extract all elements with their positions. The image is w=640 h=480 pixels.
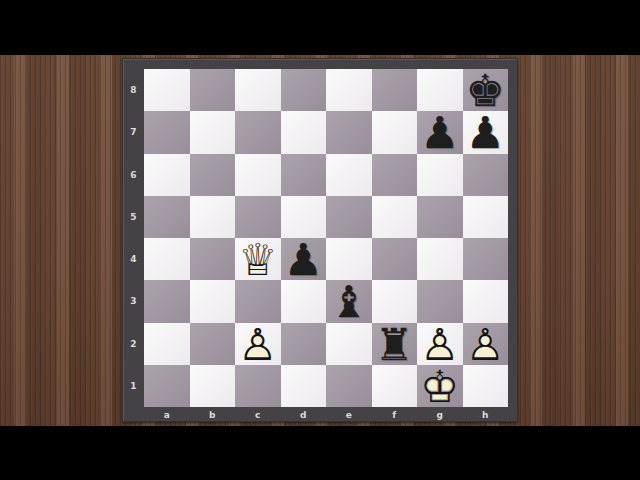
square-a6[interactable] [144, 154, 190, 196]
square-c3[interactable] [235, 280, 281, 322]
square-a7[interactable] [144, 111, 190, 153]
square-d2[interactable] [281, 323, 327, 365]
square-b5[interactable] [190, 196, 236, 238]
file-label-e: e [326, 407, 372, 422]
piece-glyph: ♟ [463, 112, 509, 154]
black-king-piece[interactable]: ♚ [463, 69, 509, 111]
square-b2[interactable] [190, 323, 236, 365]
square-c5[interactable] [235, 196, 281, 238]
square-h7[interactable]: ♟ [463, 111, 509, 153]
square-c2[interactable]: ♟♙ [235, 323, 281, 365]
square-a2[interactable] [144, 323, 190, 365]
square-b4[interactable] [190, 238, 236, 280]
square-c6[interactable] [235, 154, 281, 196]
piece-glyph: ♟ [281, 239, 327, 281]
rank-labels: 87654321 [123, 69, 144, 407]
square-b8[interactable] [190, 69, 236, 111]
square-b1[interactable] [190, 365, 236, 407]
square-c7[interactable] [235, 111, 281, 153]
piece-outline-layer: ♔ [417, 366, 463, 408]
rank-label-4: 4 [123, 238, 144, 280]
square-f2[interactable]: ♜ [372, 323, 418, 365]
piece-outline-layer: ♙ [417, 324, 463, 366]
square-c4[interactable]: ♛♕ [235, 238, 281, 280]
square-h6[interactable] [463, 154, 509, 196]
chess-board: 87654321 abcdefgh ♚♟♟♛♕♟♝♟♙♜♟♙♟♙♚♔ [122, 58, 518, 422]
piece-glyph: ♜ [372, 324, 418, 366]
file-label-b: b [190, 407, 236, 422]
square-c8[interactable] [235, 69, 281, 111]
black-rook-piece[interactable]: ♜ [372, 323, 418, 365]
square-f1[interactable] [372, 365, 418, 407]
square-a4[interactable] [144, 238, 190, 280]
piece-outline-layer: ♙ [235, 324, 281, 366]
file-label-d: d [281, 407, 327, 422]
rank-label-7: 7 [123, 111, 144, 153]
square-f5[interactable] [372, 196, 418, 238]
black-pawn-piece[interactable]: ♟ [281, 238, 327, 280]
white-pawn-piece[interactable]: ♟♙ [463, 323, 509, 365]
square-f3[interactable] [372, 280, 418, 322]
square-d8[interactable] [281, 69, 327, 111]
board-squares: ♚♟♟♛♕♟♝♟♙♜♟♙♟♙♚♔ [144, 69, 508, 407]
square-d1[interactable] [281, 365, 327, 407]
rank-label-5: 5 [123, 196, 144, 238]
square-h8[interactable]: ♚ [463, 69, 509, 111]
square-e4[interactable] [326, 238, 372, 280]
square-g7[interactable]: ♟ [417, 111, 463, 153]
square-b7[interactable] [190, 111, 236, 153]
square-h5[interactable] [463, 196, 509, 238]
white-queen-piece[interactable]: ♛♕ [235, 238, 281, 280]
file-label-h: h [463, 407, 509, 422]
square-d3[interactable] [281, 280, 327, 322]
square-h1[interactable] [463, 365, 509, 407]
square-f8[interactable] [372, 69, 418, 111]
square-d6[interactable] [281, 154, 327, 196]
rank-label-8: 8 [123, 69, 144, 111]
black-pawn-piece[interactable]: ♟ [417, 111, 463, 153]
square-e1[interactable] [326, 365, 372, 407]
piece-glyph: ♝ [326, 281, 372, 323]
square-b3[interactable] [190, 280, 236, 322]
square-e3[interactable]: ♝ [326, 280, 372, 322]
white-king-piece[interactable]: ♚♔ [417, 365, 463, 407]
square-g4[interactable] [417, 238, 463, 280]
white-pawn-piece[interactable]: ♟♙ [235, 323, 281, 365]
square-a1[interactable] [144, 365, 190, 407]
square-a5[interactable] [144, 196, 190, 238]
square-e6[interactable] [326, 154, 372, 196]
square-h4[interactable] [463, 238, 509, 280]
file-label-f: f [372, 407, 418, 422]
square-c1[interactable] [235, 365, 281, 407]
rank-label-1: 1 [123, 365, 144, 407]
file-label-a: a [144, 407, 190, 422]
black-bishop-piece[interactable]: ♝ [326, 280, 372, 322]
square-e2[interactable] [326, 323, 372, 365]
square-g8[interactable] [417, 69, 463, 111]
rank-label-2: 2 [123, 323, 144, 365]
piece-glyph: ♟ [417, 112, 463, 154]
square-g5[interactable] [417, 196, 463, 238]
square-g3[interactable] [417, 280, 463, 322]
piece-glyph: ♚ [463, 70, 509, 112]
file-label-c: c [235, 407, 281, 422]
square-g6[interactable] [417, 154, 463, 196]
black-pawn-piece[interactable]: ♟ [463, 111, 509, 153]
rank-label-6: 6 [123, 154, 144, 196]
square-g2[interactable]: ♟♙ [417, 323, 463, 365]
video-frame: { "game": "chess", "position": { "fen": … [0, 0, 640, 480]
square-e5[interactable] [326, 196, 372, 238]
square-h2[interactable]: ♟♙ [463, 323, 509, 365]
square-a3[interactable] [144, 280, 190, 322]
piece-outline-layer: ♙ [463, 324, 509, 366]
square-g1[interactable]: ♚♔ [417, 365, 463, 407]
square-f6[interactable] [372, 154, 418, 196]
square-a8[interactable] [144, 69, 190, 111]
square-h3[interactable] [463, 280, 509, 322]
square-f4[interactable] [372, 238, 418, 280]
piece-outline-layer: ♕ [235, 239, 281, 281]
square-b6[interactable] [190, 154, 236, 196]
square-f7[interactable] [372, 111, 418, 153]
square-d4[interactable]: ♟ [281, 238, 327, 280]
square-e7[interactable] [326, 111, 372, 153]
square-d7[interactable] [281, 111, 327, 153]
square-e8[interactable] [326, 69, 372, 111]
square-d5[interactable] [281, 196, 327, 238]
rank-label-3: 3 [123, 280, 144, 322]
wood-background: 87654321 abcdefgh ♚♟♟♛♕♟♝♟♙♜♟♙♟♙♚♔ [0, 55, 640, 426]
white-pawn-piece[interactable]: ♟♙ [417, 323, 463, 365]
